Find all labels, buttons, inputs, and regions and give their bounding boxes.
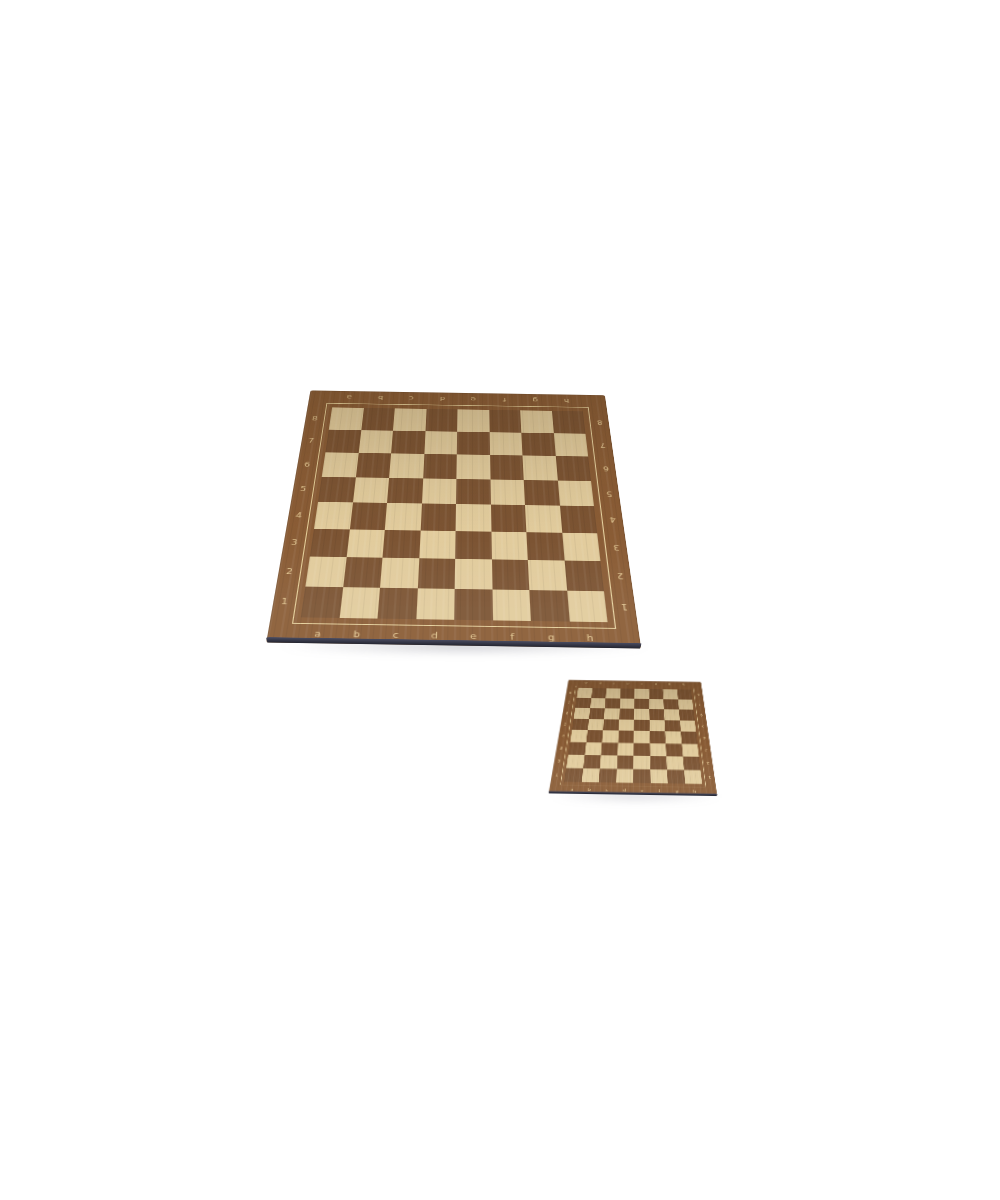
square-e6 bbox=[456, 454, 490, 479]
square-h1 bbox=[684, 770, 702, 784]
product-photo-background: { "game": "chess", "scene": "Product pho… bbox=[0, 0, 1000, 1200]
square-c8 bbox=[606, 688, 621, 698]
rank-label-5-right: 5 bbox=[598, 481, 621, 507]
square-e7 bbox=[634, 698, 649, 709]
square-e4 bbox=[456, 504, 491, 531]
square-c3 bbox=[601, 743, 618, 756]
square-h8 bbox=[552, 411, 586, 434]
square-g7 bbox=[521, 432, 555, 456]
chessboard-small: abcdefgh abcdefgh 87654321 87654321 bbox=[559, 656, 710, 807]
square-b4 bbox=[586, 730, 603, 742]
square-c7 bbox=[605, 698, 620, 709]
square-f7 bbox=[649, 699, 664, 710]
rank-label-1-right: 1 bbox=[611, 591, 637, 623]
square-c2 bbox=[600, 755, 617, 769]
rank-labels-left: 87654321 bbox=[551, 687, 576, 782]
file-label-h-far: h bbox=[550, 394, 582, 407]
board-face: abcdefgh abcdefgh 87654321 87654321 bbox=[549, 680, 718, 796]
square-f2 bbox=[491, 559, 529, 589]
square-d6 bbox=[423, 454, 457, 479]
square-a7 bbox=[575, 697, 591, 708]
square-c8 bbox=[393, 408, 426, 430]
chessboard-large: abcdefgh abcdefgh 87654321 87654321 bbox=[288, 336, 623, 671]
square-g5 bbox=[524, 480, 560, 506]
square-d7 bbox=[424, 431, 457, 455]
square-b2 bbox=[583, 755, 601, 769]
square-g8 bbox=[520, 410, 553, 433]
square-h4 bbox=[559, 506, 597, 533]
square-d4 bbox=[420, 503, 456, 530]
square-c1 bbox=[377, 587, 417, 619]
square-e2 bbox=[633, 756, 650, 770]
square-g4 bbox=[525, 505, 562, 532]
rank-label-6-left: 6 bbox=[562, 708, 572, 719]
square-b1 bbox=[581, 768, 599, 782]
rank-label-3-left: 3 bbox=[555, 742, 566, 755]
photo-canvas: abcdefgh abcdefgh 87654321 87654321 abcd… bbox=[0, 0, 1000, 1200]
square-d7 bbox=[620, 698, 635, 709]
square-b5 bbox=[587, 719, 603, 731]
file-label-c-far: c bbox=[395, 392, 427, 405]
square-b3 bbox=[585, 742, 602, 755]
square-h2 bbox=[683, 756, 701, 770]
square-f6 bbox=[490, 455, 524, 480]
square-f3 bbox=[491, 531, 528, 560]
file-label-f-far: f bbox=[649, 681, 663, 687]
square-h5 bbox=[557, 480, 594, 506]
square-a1 bbox=[564, 768, 583, 782]
rank-label-5-left: 5 bbox=[291, 476, 315, 502]
square-c7 bbox=[391, 430, 425, 454]
square-g3 bbox=[666, 744, 683, 757]
square-a3 bbox=[568, 742, 586, 755]
rank-label-7-right: 7 bbox=[592, 433, 614, 456]
square-a3 bbox=[310, 528, 350, 557]
rank-labels-left: 87654321 bbox=[271, 407, 326, 617]
square-e7 bbox=[457, 431, 490, 455]
rank-label-4-right: 4 bbox=[699, 732, 710, 744]
rank-label-6-right: 6 bbox=[595, 457, 618, 482]
square-g7 bbox=[663, 699, 678, 710]
rank-label-7-left: 7 bbox=[564, 697, 574, 707]
rank-label-3-right: 3 bbox=[604, 533, 629, 562]
square-b3 bbox=[346, 529, 385, 558]
square-e6 bbox=[634, 709, 649, 720]
square-b6 bbox=[589, 708, 605, 719]
rank-label-1-right: 1 bbox=[704, 770, 716, 784]
square-c5 bbox=[603, 719, 619, 731]
chessboard-small-wrapper: abcdefgh abcdefgh 87654321 87654321 bbox=[559, 656, 710, 807]
square-h3 bbox=[562, 532, 601, 561]
square-g2 bbox=[528, 560, 567, 590]
rank-label-5-left: 5 bbox=[560, 718, 571, 730]
square-a2 bbox=[305, 557, 346, 587]
file-label-e-far: e bbox=[458, 393, 489, 406]
rank-label-4-left: 4 bbox=[558, 730, 569, 742]
square-g5 bbox=[664, 720, 680, 732]
board-3d: abcdefgh abcdefgh 87654321 87654321 bbox=[266, 391, 641, 649]
square-d3 bbox=[617, 743, 634, 756]
square-c5 bbox=[387, 478, 423, 504]
square-a4 bbox=[314, 502, 352, 529]
square-a8 bbox=[329, 407, 364, 429]
file-label-b-far: b bbox=[364, 391, 396, 404]
square-e3 bbox=[455, 531, 491, 560]
rank-label-6-right: 6 bbox=[696, 710, 706, 721]
square-b8 bbox=[361, 408, 395, 430]
square-g6 bbox=[522, 455, 557, 480]
square-f1 bbox=[650, 769, 668, 783]
rank-label-8-left: 8 bbox=[304, 407, 326, 429]
square-d8 bbox=[620, 688, 635, 698]
square-e5 bbox=[634, 720, 650, 732]
rank-labels-right: 87654321 bbox=[589, 411, 637, 622]
file-label-b-far: b bbox=[593, 680, 607, 686]
square-e2 bbox=[455, 559, 492, 589]
file-label-a-far: a bbox=[333, 391, 366, 404]
playing-squares bbox=[301, 407, 608, 622]
square-d2 bbox=[417, 558, 455, 588]
square-g6 bbox=[664, 709, 680, 720]
square-c6 bbox=[604, 708, 620, 719]
rank-labels-right: 87654321 bbox=[694, 689, 716, 784]
square-f3 bbox=[650, 743, 667, 756]
square-a6 bbox=[574, 708, 590, 719]
rank-label-8-left: 8 bbox=[565, 687, 575, 697]
square-f5 bbox=[649, 720, 665, 732]
square-c2 bbox=[380, 558, 419, 588]
square-h8 bbox=[677, 689, 692, 699]
square-h6 bbox=[679, 709, 695, 720]
rank-label-7-left: 7 bbox=[300, 429, 323, 452]
square-h1 bbox=[567, 590, 608, 622]
file-label-d-far: d bbox=[426, 392, 457, 405]
board-face: abcdefgh abcdefgh 87654321 87654321 bbox=[266, 391, 641, 649]
playing-squares bbox=[564, 688, 702, 785]
rank-label-7-right: 7 bbox=[695, 699, 705, 710]
square-d8 bbox=[425, 409, 457, 431]
square-f4 bbox=[490, 505, 526, 532]
square-d6 bbox=[619, 708, 634, 719]
square-e8 bbox=[457, 409, 489, 431]
square-h2 bbox=[564, 561, 604, 591]
square-c3 bbox=[382, 530, 420, 559]
rank-label-1-left: 1 bbox=[271, 586, 298, 618]
square-e4 bbox=[634, 731, 650, 743]
square-f2 bbox=[650, 756, 667, 770]
rank-label-3-left: 3 bbox=[281, 528, 306, 556]
square-d5 bbox=[422, 478, 457, 504]
square-b7 bbox=[590, 698, 606, 709]
square-d1 bbox=[416, 588, 455, 620]
square-g4 bbox=[665, 731, 682, 743]
square-h4 bbox=[681, 732, 698, 744]
square-h7 bbox=[678, 699, 694, 710]
square-h7 bbox=[553, 433, 588, 457]
square-d4 bbox=[618, 731, 634, 743]
square-a2 bbox=[566, 755, 584, 769]
rank-label-1-left: 1 bbox=[551, 768, 563, 782]
square-a6 bbox=[322, 452, 358, 477]
square-a5 bbox=[572, 719, 589, 731]
square-f8 bbox=[489, 410, 521, 433]
file-label-d-far: d bbox=[621, 681, 635, 687]
square-a8 bbox=[577, 688, 593, 698]
rank-label-2-right: 2 bbox=[608, 561, 633, 591]
square-b6 bbox=[355, 453, 391, 478]
file-label-h-far: h bbox=[676, 682, 691, 688]
square-c6 bbox=[389, 453, 424, 478]
square-h6 bbox=[555, 456, 591, 481]
rank-label-3-right: 3 bbox=[701, 744, 712, 757]
square-f1 bbox=[492, 589, 531, 621]
square-d5 bbox=[618, 719, 634, 731]
square-a5 bbox=[318, 476, 355, 502]
square-b1 bbox=[339, 587, 380, 619]
rank-label-8-right: 8 bbox=[694, 689, 704, 699]
square-e5 bbox=[456, 479, 490, 505]
square-b5 bbox=[353, 477, 390, 503]
rank-label-2-left: 2 bbox=[276, 556, 302, 586]
square-e1 bbox=[454, 588, 492, 620]
rank-label-5-right: 5 bbox=[698, 721, 708, 733]
square-b2 bbox=[343, 557, 383, 587]
square-g1 bbox=[667, 770, 685, 784]
rank-label-6-left: 6 bbox=[295, 452, 318, 476]
file-label-f-far: f bbox=[489, 393, 520, 406]
square-a7 bbox=[325, 429, 361, 453]
square-h5 bbox=[680, 720, 696, 732]
square-f6 bbox=[649, 709, 664, 720]
file-label-e-far: e bbox=[635, 681, 649, 687]
square-h3 bbox=[682, 744, 699, 757]
square-c1 bbox=[599, 768, 617, 782]
square-d1 bbox=[616, 769, 633, 783]
file-label-g-far: g bbox=[662, 681, 676, 687]
square-e8 bbox=[635, 688, 649, 698]
square-f4 bbox=[650, 731, 666, 743]
board-3d: abcdefgh abcdefgh 87654321 87654321 bbox=[549, 680, 718, 796]
rank-label-2-left: 2 bbox=[553, 754, 565, 767]
rank-label-8-right: 8 bbox=[589, 411, 610, 433]
square-a1 bbox=[301, 586, 343, 618]
square-g1 bbox=[529, 590, 569, 622]
square-f5 bbox=[490, 479, 525, 505]
square-b4 bbox=[349, 502, 387, 529]
square-e1 bbox=[633, 769, 650, 783]
square-f8 bbox=[649, 689, 664, 699]
square-a4 bbox=[570, 730, 587, 742]
square-g3 bbox=[526, 532, 564, 561]
file-label-c-far: c bbox=[607, 681, 621, 687]
square-b8 bbox=[591, 688, 606, 698]
square-g2 bbox=[666, 756, 683, 770]
square-g8 bbox=[663, 689, 678, 699]
square-e3 bbox=[634, 743, 650, 756]
square-c4 bbox=[385, 503, 422, 530]
square-b7 bbox=[358, 430, 393, 454]
file-label-a-far: a bbox=[579, 680, 594, 686]
square-d3 bbox=[419, 530, 456, 559]
rank-label-4-left: 4 bbox=[286, 501, 311, 528]
rank-label-4-right: 4 bbox=[601, 506, 625, 533]
file-label-g-far: g bbox=[519, 394, 551, 407]
square-d2 bbox=[617, 755, 634, 769]
square-c4 bbox=[602, 731, 619, 743]
square-f7 bbox=[489, 432, 522, 456]
rank-label-2-right: 2 bbox=[702, 757, 713, 771]
